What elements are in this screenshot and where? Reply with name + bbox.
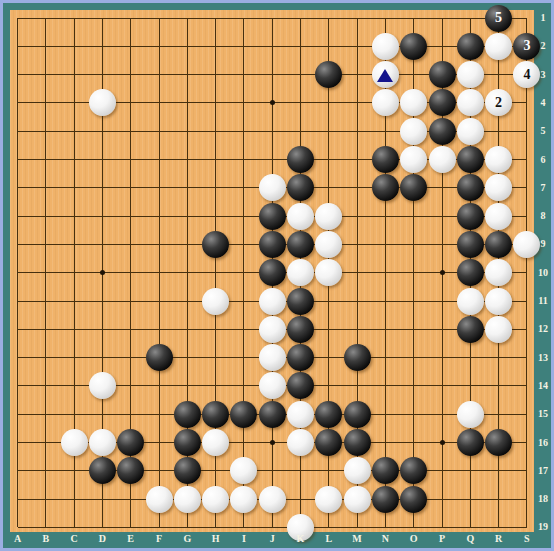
go-app-window: 5342 ABCDEFGHIJKLMNOPQRS1234567891011121…: [0, 0, 554, 551]
white-stone-R11: [485, 288, 512, 315]
black-stone-H9: [202, 231, 229, 258]
row-label-16: 16: [538, 438, 548, 448]
black-stone-H15: [202, 401, 229, 428]
row-label-11: 11: [538, 296, 547, 306]
white-stone-K8: [287, 203, 314, 230]
column-label-H: H: [212, 534, 220, 544]
black-stone-Q16: [457, 429, 484, 456]
white-stone-M18: [344, 486, 371, 513]
white-stone-Q5: [457, 118, 484, 145]
black-stone-G17: [174, 457, 201, 484]
black-stone-N17: [372, 457, 399, 484]
column-label-K: K: [297, 534, 305, 544]
column-label-G: G: [183, 534, 191, 544]
grid-line-horizontal: [18, 527, 527, 528]
column-label-B: B: [42, 534, 49, 544]
row-label-5: 5: [541, 126, 546, 136]
black-stone-J9: [259, 231, 286, 258]
black-stone-L15: [315, 401, 342, 428]
black-stone-D17: [89, 457, 116, 484]
black-stone-N18: [372, 486, 399, 513]
black-stone-N6: [372, 146, 399, 173]
black-stone-K13: [287, 344, 314, 371]
white-stone-J18: [259, 486, 286, 513]
white-stone-J7: [259, 174, 286, 201]
white-stone-K15: [287, 401, 314, 428]
column-label-L: L: [325, 534, 332, 544]
column-label-C: C: [70, 534, 77, 544]
move-number-4: 4: [523, 67, 530, 81]
black-stone-J15: [259, 401, 286, 428]
black-stone-G15: [174, 401, 201, 428]
black-stone-M15: [344, 401, 371, 428]
move-number-5: 5: [495, 11, 502, 25]
column-label-O: O: [410, 534, 418, 544]
black-stone-Q12: [457, 316, 484, 343]
row-label-19: 19: [538, 522, 548, 532]
column-label-A: A: [14, 534, 21, 544]
star-point-J16: [270, 440, 275, 445]
white-stone-S3: 4: [513, 61, 540, 88]
white-stone-D16: [89, 429, 116, 456]
black-stone-K6: [287, 146, 314, 173]
white-stone-L10: [315, 259, 342, 286]
black-stone-M16: [344, 429, 371, 456]
white-stone-O6: [400, 146, 427, 173]
white-stone-Q15: [457, 401, 484, 428]
white-stone-N2: [372, 33, 399, 60]
white-stone-K16: [287, 429, 314, 456]
white-stone-J13: [259, 344, 286, 371]
star-point-J4: [270, 100, 275, 105]
row-label-12: 12: [538, 324, 548, 334]
row-label-18: 18: [538, 494, 548, 504]
white-stone-S9: [513, 231, 540, 258]
white-stone-R10: [485, 259, 512, 286]
white-stone-Q11: [457, 288, 484, 315]
move-number-2: 2: [495, 95, 502, 109]
black-stone-K12: [287, 316, 314, 343]
black-stone-S2: 3: [513, 33, 540, 60]
row-label-14: 14: [538, 381, 548, 391]
row-label-2: 2: [541, 41, 546, 51]
black-stone-Q6: [457, 146, 484, 173]
white-stone-I18: [230, 486, 257, 513]
column-label-I: I: [242, 534, 246, 544]
row-label-8: 8: [541, 211, 546, 221]
black-stone-O17: [400, 457, 427, 484]
white-stone-L9: [315, 231, 342, 258]
black-stone-I15: [230, 401, 257, 428]
white-stone-R2: [485, 33, 512, 60]
row-label-15: 15: [538, 409, 548, 419]
white-stone-O5: [400, 118, 427, 145]
white-stone-R4: 2: [485, 89, 512, 116]
black-stone-L3: [315, 61, 342, 88]
black-stone-K9: [287, 231, 314, 258]
white-stone-N4: [372, 89, 399, 116]
column-label-F: F: [156, 534, 162, 544]
black-stone-P4: [429, 89, 456, 116]
white-stone-I17: [230, 457, 257, 484]
white-stone-R6: [485, 146, 512, 173]
row-label-10: 10: [538, 268, 548, 278]
white-stone-Q3: [457, 61, 484, 88]
white-stone-K10: [287, 259, 314, 286]
column-label-Q: Q: [466, 534, 474, 544]
black-stone-O18: [400, 486, 427, 513]
black-stone-Q7: [457, 174, 484, 201]
white-stone-C16: [61, 429, 88, 456]
black-stone-J10: [259, 259, 286, 286]
white-stone-J11: [259, 288, 286, 315]
star-point-P10: [440, 270, 445, 275]
black-stone-R9: [485, 231, 512, 258]
column-label-J: J: [270, 534, 275, 544]
black-stone-P5: [429, 118, 456, 145]
black-stone-E17: [117, 457, 144, 484]
black-stone-R1: 5: [485, 5, 512, 32]
star-point-P16: [440, 440, 445, 445]
black-stone-O2: [400, 33, 427, 60]
black-stone-F13: [146, 344, 173, 371]
column-label-D: D: [99, 534, 106, 544]
column-label-R: R: [495, 534, 502, 544]
white-stone-F18: [146, 486, 173, 513]
white-stone-M17: [344, 457, 371, 484]
white-stone-R7: [485, 174, 512, 201]
row-label-3: 3: [541, 70, 546, 80]
row-label-17: 17: [538, 466, 548, 476]
row-label-7: 7: [541, 183, 546, 193]
black-stone-R16: [485, 429, 512, 456]
black-stone-M13: [344, 344, 371, 371]
triangle-marker-icon: [377, 69, 393, 82]
black-stone-E16: [117, 429, 144, 456]
white-stone-Q4: [457, 89, 484, 116]
grid-line-vertical: [526, 18, 527, 527]
white-stone-H11: [202, 288, 229, 315]
white-stone-H18: [202, 486, 229, 513]
row-label-13: 13: [538, 353, 548, 363]
black-stone-L16: [315, 429, 342, 456]
column-label-E: E: [127, 534, 134, 544]
black-stone-K7: [287, 174, 314, 201]
black-stone-N7: [372, 174, 399, 201]
black-stone-K11: [287, 288, 314, 315]
row-label-1: 1: [541, 13, 546, 23]
column-label-M: M: [352, 534, 361, 544]
white-stone-O4: [400, 89, 427, 116]
white-stone-R8: [485, 203, 512, 230]
white-stone-D14: [89, 372, 116, 399]
column-label-P: P: [439, 534, 445, 544]
row-label-9: 9: [541, 239, 546, 249]
white-stone-L8: [315, 203, 342, 230]
column-label-S: S: [524, 534, 530, 544]
white-stone-G18: [174, 486, 201, 513]
go-board[interactable]: 5342: [10, 10, 534, 532]
move-number-3: 3: [523, 39, 530, 53]
black-stone-K14: [287, 372, 314, 399]
row-label-6: 6: [541, 155, 546, 165]
white-stone-J12: [259, 316, 286, 343]
white-stone-P6: [429, 146, 456, 173]
column-label-N: N: [382, 534, 389, 544]
row-label-4: 4: [541, 98, 546, 108]
white-stone-J14: [259, 372, 286, 399]
white-stone-H16: [202, 429, 229, 456]
black-stone-P3: [429, 61, 456, 88]
white-stone-N3: [372, 61, 399, 88]
black-stone-O7: [400, 174, 427, 201]
black-stone-Q10: [457, 259, 484, 286]
black-stone-Q2: [457, 33, 484, 60]
black-stone-J8: [259, 203, 286, 230]
white-stone-D4: [89, 89, 116, 116]
white-stone-R12: [485, 316, 512, 343]
black-stone-Q8: [457, 203, 484, 230]
white-stone-L18: [315, 486, 342, 513]
star-point-D10: [100, 270, 105, 275]
black-stone-Q9: [457, 231, 484, 258]
black-stone-G16: [174, 429, 201, 456]
